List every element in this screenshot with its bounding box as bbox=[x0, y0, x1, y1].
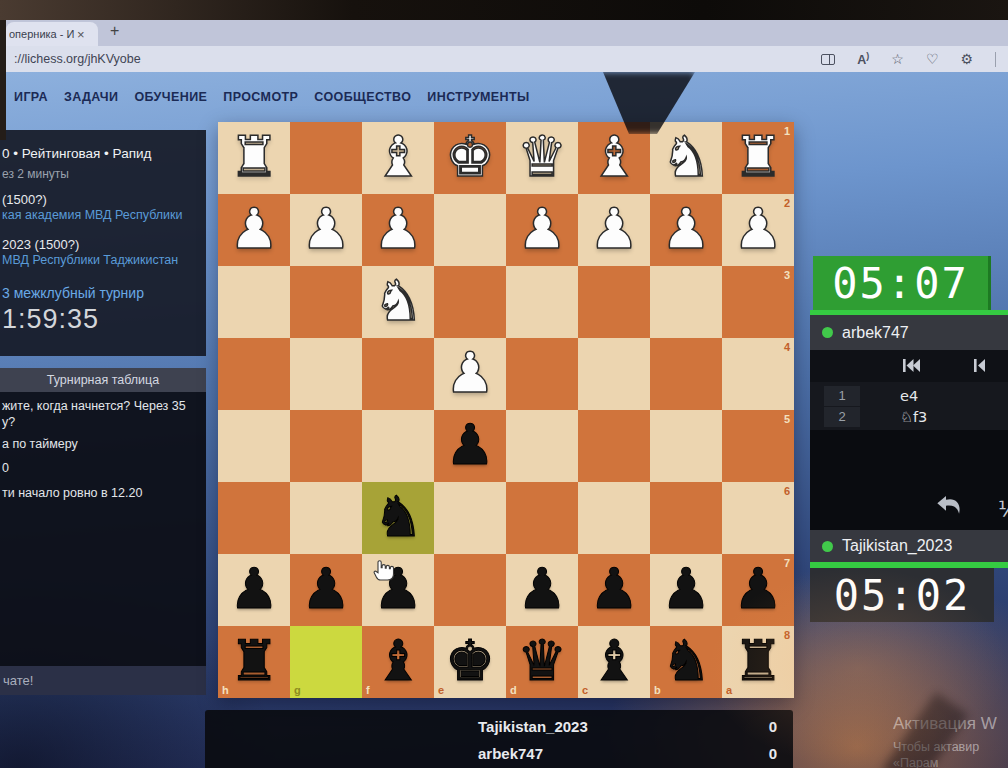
coord-file-c: c bbox=[582, 684, 588, 696]
piece-white-p-f2[interactable]: ♟ bbox=[362, 194, 434, 266]
coord-rank-8: 8 bbox=[784, 629, 790, 641]
black-clock: 05:02 bbox=[810, 568, 994, 622]
square-f1[interactable]: ♝ bbox=[362, 122, 434, 194]
chat-tab-bar: Турнирная таблица bbox=[0, 368, 206, 392]
game-type: 0 • Рейтинговая • Рапид bbox=[2, 146, 151, 161]
black-clock-time: 05:02 bbox=[834, 571, 970, 620]
piece-white-p-d2[interactable]: ♟ bbox=[506, 194, 578, 266]
square-g3[interactable] bbox=[290, 266, 362, 338]
white-player-name[interactable]: arbek747 bbox=[842, 324, 909, 342]
square-d4[interactable] bbox=[506, 338, 578, 410]
move-white[interactable]: e4 bbox=[900, 388, 918, 404]
square-h2[interactable]: ♟ bbox=[218, 194, 290, 266]
square-d2[interactable]: ♟ bbox=[506, 194, 578, 266]
move-list: 1e42♘f3 bbox=[810, 382, 1008, 430]
move-row: 1e4 bbox=[810, 385, 1008, 406]
square-b3[interactable] bbox=[650, 266, 722, 338]
move-row: 2♘f3 bbox=[810, 406, 1008, 427]
piece-black-p-g7[interactable]: ♟ bbox=[290, 554, 362, 626]
square-h3[interactable] bbox=[218, 266, 290, 338]
square-a3[interactable]: 3 bbox=[722, 266, 794, 338]
square-a2[interactable]: ♟2 bbox=[722, 194, 794, 266]
nav-item-просмотр[interactable]: ПРОСМОТР bbox=[223, 90, 298, 104]
standings-row[interactable]: arbek7470 bbox=[205, 740, 793, 767]
square-c8[interactable]: ♝c bbox=[578, 626, 650, 698]
move-white[interactable]: ♘f3 bbox=[900, 409, 927, 425]
online-dot-icon bbox=[822, 327, 833, 338]
panel-background bbox=[810, 430, 1008, 530]
square-e2[interactable] bbox=[434, 194, 506, 266]
chat-messages: жите, когда начнется? Через 35у?а по тай… bbox=[0, 392, 206, 666]
favorites-star-icon[interactable]: ☆ bbox=[891, 52, 904, 66]
black-player-name[interactable]: Tajikistan_2023 bbox=[842, 537, 952, 555]
square-g1[interactable] bbox=[290, 122, 362, 194]
split-screen-icon[interactable] bbox=[821, 54, 835, 65]
address-bar[interactable]: ://lichess.org/jhKVyobe A) ☆ ♡ ⚙ bbox=[6, 46, 1008, 72]
browser-tab[interactable]: оперника - И × bbox=[6, 22, 98, 46]
square-h4[interactable] bbox=[218, 338, 290, 410]
game-started-ago: ез 2 минуты bbox=[2, 167, 69, 181]
square-c5[interactable] bbox=[578, 410, 650, 482]
white-player-rating[interactable]: (1500?) bbox=[2, 192, 47, 207]
read-aloud-icon[interactable]: A) bbox=[857, 52, 869, 67]
square-c7[interactable]: ♟ bbox=[578, 554, 650, 626]
square-f6[interactable]: ♞ bbox=[362, 482, 434, 554]
square-b5[interactable] bbox=[650, 410, 722, 482]
square-f5[interactable] bbox=[362, 410, 434, 482]
piece-white-q-d1[interactable]: ♛ bbox=[506, 122, 578, 194]
takeback-button[interactable] bbox=[934, 492, 968, 526]
chat-message: а по таймеру bbox=[2, 437, 204, 453]
coord-rank-6: 6 bbox=[784, 485, 790, 497]
coord-file-g: g bbox=[294, 684, 301, 696]
white-player-bar: arbek747 bbox=[810, 315, 1008, 350]
game-meta-panel: 0 • Рейтинговая • Рапид ез 2 минуты (150… bbox=[0, 130, 206, 356]
monitor-bezel bbox=[0, 20, 6, 140]
square-h7[interactable]: ♟ bbox=[218, 554, 290, 626]
white-clock-time: 05:07 bbox=[832, 259, 968, 308]
toolbar-divider bbox=[995, 52, 996, 67]
piece-white-b-f1[interactable]: ♝ bbox=[362, 122, 434, 194]
chat-message: ти начало ровно в 12.20 bbox=[2, 486, 204, 502]
square-b6[interactable] bbox=[650, 482, 722, 554]
square-g2[interactable]: ♟ bbox=[290, 194, 362, 266]
square-d3[interactable] bbox=[506, 266, 578, 338]
piece-black-p-e5[interactable]: ♟ bbox=[434, 410, 506, 482]
piece-black-n-f6[interactable]: ♞ bbox=[362, 482, 434, 554]
square-b7[interactable]: ♟ bbox=[650, 554, 722, 626]
black-player-bar: Tajikistan_2023 bbox=[810, 530, 1008, 562]
tournament-countdown: 1:59:35 bbox=[2, 304, 99, 335]
lichess-game-screenshot: оперника - И × + ://lichess.org/jhKVyobe… bbox=[0, 0, 1008, 768]
square-g8[interactable]: g bbox=[290, 626, 362, 698]
move-nav-bar bbox=[810, 350, 1008, 382]
prev-move-button[interactable] bbox=[973, 358, 986, 377]
piece-black-k-e8[interactable]: ♚ bbox=[434, 626, 506, 698]
square-a7[interactable]: ♟7 bbox=[722, 554, 794, 626]
hand-cursor-icon bbox=[372, 556, 396, 586]
square-d8[interactable]: ♛d bbox=[506, 626, 578, 698]
chat-message: 0 bbox=[2, 461, 204, 477]
square-b2[interactable]: ♟ bbox=[650, 194, 722, 266]
coord-rank-7: 7 bbox=[784, 557, 790, 569]
square-h1[interactable]: ♜ bbox=[218, 122, 290, 194]
square-e6[interactable] bbox=[434, 482, 506, 554]
square-d1[interactable]: ♛ bbox=[506, 122, 578, 194]
piece-white-n-f3[interactable]: ♞ bbox=[362, 266, 434, 338]
close-tab-icon[interactable]: × bbox=[77, 27, 85, 42]
square-e7[interactable] bbox=[434, 554, 506, 626]
square-d6[interactable] bbox=[506, 482, 578, 554]
square-d7[interactable]: ♟ bbox=[506, 554, 578, 626]
square-b4[interactable] bbox=[650, 338, 722, 410]
new-tab-button[interactable]: + bbox=[110, 22, 119, 40]
square-b1[interactable]: ♞ bbox=[650, 122, 722, 194]
piece-white-p-g2[interactable]: ♟ bbox=[290, 194, 362, 266]
square-h6[interactable] bbox=[218, 482, 290, 554]
square-h8[interactable]: ♜h bbox=[218, 626, 290, 698]
square-a8[interactable]: ♜8a bbox=[722, 626, 794, 698]
square-g6[interactable] bbox=[290, 482, 362, 554]
online-dot-icon bbox=[822, 541, 833, 552]
piece-white-n-b1[interactable]: ♞ bbox=[650, 122, 722, 194]
square-a1[interactable]: ♜1 bbox=[722, 122, 794, 194]
square-e3[interactable] bbox=[434, 266, 506, 338]
piece-black-p-d7[interactable]: ♟ bbox=[506, 554, 578, 626]
offer-draw-button[interactable]: ½ bbox=[998, 496, 1008, 521]
coord-file-a: a bbox=[726, 684, 732, 696]
browser-tab-bar: оперника - И × + bbox=[6, 20, 1008, 46]
standings-score: 0 bbox=[769, 745, 777, 762]
square-c6[interactable] bbox=[578, 482, 650, 554]
first-move-button[interactable] bbox=[902, 358, 921, 377]
square-b8[interactable]: ♞b bbox=[650, 626, 722, 698]
square-e4[interactable]: ♟ bbox=[434, 338, 506, 410]
move-number: 2 bbox=[824, 407, 860, 427]
square-e5[interactable]: ♟ bbox=[434, 410, 506, 482]
square-h5[interactable] bbox=[218, 410, 290, 482]
coord-file-e: e bbox=[438, 684, 444, 696]
chat-message: жите, когда начнется? Через 35 bbox=[2, 399, 204, 415]
square-c2[interactable]: ♟ bbox=[578, 194, 650, 266]
url-text: ://lichess.org/jhKVyobe bbox=[14, 52, 141, 66]
square-a4[interactable]: 4 bbox=[722, 338, 794, 410]
square-e8[interactable]: ♚e bbox=[434, 626, 506, 698]
piece-black-q-d8[interactable]: ♛ bbox=[506, 626, 578, 698]
browser-toolbar-icons: A) ☆ ♡ ⚙ bbox=[821, 46, 996, 72]
black-player-rating[interactable]: 2023 (1500?) bbox=[2, 237, 79, 252]
tab-title: оперника - И bbox=[9, 28, 75, 40]
white-clock: 05:07 bbox=[813, 256, 991, 310]
square-c4[interactable] bbox=[578, 338, 650, 410]
coord-file-f: f bbox=[366, 684, 370, 696]
square-g7[interactable]: ♟ bbox=[290, 554, 362, 626]
piece-white-k-e1[interactable]: ♚ bbox=[434, 122, 506, 194]
white-team-link[interactable]: кая академия МВД Республики bbox=[2, 208, 183, 222]
site-nav: ИГРАЗАДАЧИОБУЧЕНИЕПРОСМОТРСООБЩЕСТВОИНСТ… bbox=[14, 90, 530, 104]
square-a6[interactable]: 6 bbox=[722, 482, 794, 554]
square-g4[interactable] bbox=[290, 338, 362, 410]
coord-rank-3: 3 bbox=[784, 269, 790, 281]
square-c3[interactable] bbox=[578, 266, 650, 338]
chat-input[interactable]: чате! bbox=[0, 666, 206, 695]
square-f8[interactable]: ♝f bbox=[362, 626, 434, 698]
coord-rank-1: 1 bbox=[784, 125, 790, 137]
square-f3[interactable]: ♞ bbox=[362, 266, 434, 338]
nav-item-игра[interactable]: ИГРА bbox=[14, 90, 48, 104]
move-number: 1 bbox=[824, 386, 860, 406]
chess-board: ♜♝♚♛♝♞♜1♟♟♟♟♟♟♟2♞3♟4♟5♞6♟♟♟♟♟♟♟7♜hg♝f♚e♛… bbox=[218, 122, 794, 698]
square-e1[interactable]: ♚ bbox=[434, 122, 506, 194]
coord-rank-2: 2 bbox=[784, 197, 790, 209]
standings-player-name: Tajikistan_2023 bbox=[478, 718, 588, 735]
standings-score: 0 bbox=[769, 718, 777, 735]
piece-black-b-f8[interactable]: ♝ bbox=[362, 626, 434, 698]
nav-item-задачи[interactable]: ЗАДАЧИ bbox=[64, 90, 118, 104]
nav-item-обучение[interactable]: ОБУЧЕНИЕ bbox=[134, 90, 207, 104]
piece-black-p-b7[interactable]: ♟ bbox=[650, 554, 722, 626]
nav-item-сообщество[interactable]: СООБЩЕСТВО bbox=[314, 90, 411, 104]
piece-white-b-c1[interactable]: ♝ bbox=[578, 122, 650, 194]
tournament-standings-bar: Tajikistan_20230arbek7470 bbox=[205, 710, 793, 768]
coord-file-h: h bbox=[222, 684, 229, 696]
piece-white-p-h2[interactable]: ♟ bbox=[218, 194, 290, 266]
coord-rank-5: 5 bbox=[784, 413, 790, 425]
piece-white-p-e4[interactable]: ♟ bbox=[434, 338, 506, 410]
piece-black-b-c8[interactable]: ♝ bbox=[578, 626, 650, 698]
piece-white-r-h1[interactable]: ♜ bbox=[218, 122, 290, 194]
monitor-bezel bbox=[0, 0, 1008, 20]
chat-input-text: чате! bbox=[3, 673, 33, 688]
black-team-link[interactable]: МВД Республики Таджикистан bbox=[2, 253, 178, 267]
chat-message: у? bbox=[2, 415, 204, 431]
square-g5[interactable] bbox=[290, 410, 362, 482]
windows-activation-watermark: Активация W Чтобы актавир «Парам bbox=[893, 714, 997, 768]
tournament-link[interactable]: 3 межклубный турнир bbox=[2, 285, 144, 301]
standings-row[interactable]: Tajikistan_20230 bbox=[205, 713, 793, 740]
piece-white-p-b2[interactable]: ♟ bbox=[650, 194, 722, 266]
extensions-icon[interactable]: ⚙ bbox=[960, 52, 973, 66]
square-c1[interactable]: ♝ bbox=[578, 122, 650, 194]
coord-file-d: d bbox=[510, 684, 517, 696]
piece-black-p-h7[interactable]: ♟ bbox=[218, 554, 290, 626]
nav-item-инструменты[interactable]: ИНСТРУМЕНТЫ bbox=[427, 90, 529, 104]
square-d5[interactable] bbox=[506, 410, 578, 482]
square-f4[interactable] bbox=[362, 338, 434, 410]
standings-player-name: arbek747 bbox=[478, 745, 543, 762]
piece-black-p-c7[interactable]: ♟ bbox=[578, 554, 650, 626]
piece-white-p-c2[interactable]: ♟ bbox=[578, 194, 650, 266]
coord-rank-4: 4 bbox=[784, 341, 790, 353]
square-f2[interactable]: ♟ bbox=[362, 194, 434, 266]
square-a5[interactable]: 5 bbox=[722, 410, 794, 482]
tab-tournament-standings[interactable]: Турнирная таблица bbox=[47, 373, 159, 387]
browser-essentials-icon[interactable]: ♡ bbox=[926, 52, 939, 66]
coord-file-b: b bbox=[654, 684, 661, 696]
